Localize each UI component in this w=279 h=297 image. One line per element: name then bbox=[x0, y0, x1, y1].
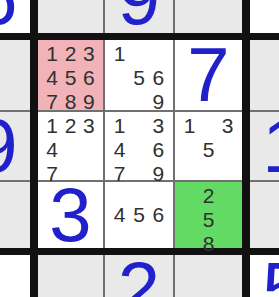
cell-r4c2[interactable]: 2 bbox=[105, 255, 173, 297]
pencil-marks: 258 bbox=[175, 182, 242, 248]
candidate-9: 9 bbox=[149, 90, 168, 114]
candidate-8: 8 bbox=[61, 90, 79, 114]
pencil-marks: 1569 bbox=[105, 40, 173, 110]
cell-r4c4[interactable]: 5 bbox=[250, 255, 279, 297]
candidate-5: 5 bbox=[129, 203, 148, 227]
cell-r3c0[interactable] bbox=[0, 182, 30, 248]
cell-r2c2[interactable]: 134679 bbox=[105, 112, 173, 180]
candidate-7: 7 bbox=[43, 90, 61, 114]
cell-value-digit: 6 bbox=[0, 0, 18, 33]
cell-r2c3[interactable]: 135 bbox=[175, 112, 242, 180]
candidate-4: 4 bbox=[43, 138, 61, 162]
cell-value-digit: 5 bbox=[262, 254, 279, 297]
pencil-marks: 135 bbox=[175, 112, 242, 180]
candidate-5: 5 bbox=[129, 66, 148, 90]
pencil-marks: 134679 bbox=[105, 112, 173, 180]
cell-r2c4[interactable]: 1 bbox=[250, 112, 279, 180]
candidate-1: 1 bbox=[43, 42, 61, 66]
cell-r4c3[interactable] bbox=[175, 255, 242, 297]
candidate-6: 6 bbox=[149, 66, 168, 90]
cell-r2c0[interactable]: 9 bbox=[0, 112, 30, 180]
cell-value-digit: 7 bbox=[187, 40, 229, 110]
cell-r1c2[interactable]: 1569 bbox=[105, 40, 173, 110]
cell-r0c4[interactable] bbox=[250, 0, 279, 33]
pencil-marks: 12347 bbox=[38, 112, 103, 180]
cell-r3c1[interactable]: 3 bbox=[38, 182, 103, 248]
candidate-5: 5 bbox=[61, 66, 79, 90]
candidate-2: 2 bbox=[199, 184, 218, 208]
candidate-6: 6 bbox=[149, 138, 168, 162]
cell-r1c0[interactable] bbox=[0, 40, 30, 110]
cell-r3c4[interactable] bbox=[250, 182, 279, 248]
candidate-2: 2 bbox=[61, 114, 79, 138]
candidate-3: 3 bbox=[218, 114, 237, 138]
cell-value-digit: 3 bbox=[49, 180, 91, 250]
candidate-4: 4 bbox=[43, 66, 61, 90]
candidate-8: 8 bbox=[199, 232, 218, 256]
cell-r0c2[interactable]: 9 bbox=[105, 0, 173, 33]
cell-r1c4[interactable] bbox=[250, 40, 279, 110]
cell-r0c3[interactable] bbox=[175, 0, 242, 33]
cell-value-digit: 2 bbox=[118, 254, 160, 297]
pencil-marks: 456 bbox=[105, 182, 173, 248]
cell-r2c1[interactable]: 12347 bbox=[38, 112, 103, 180]
cell-r0c0[interactable]: 6 bbox=[0, 0, 30, 33]
candidate-9: 9 bbox=[80, 90, 98, 114]
cell-value-digit: 9 bbox=[0, 111, 18, 181]
cell-value-digit: 9 bbox=[118, 0, 160, 33]
candidate-4: 4 bbox=[110, 138, 129, 162]
candidate-3: 3 bbox=[80, 42, 98, 66]
cell-r1c3[interactable]: 7 bbox=[175, 40, 242, 110]
candidate-4: 4 bbox=[110, 203, 129, 227]
candidate-3: 3 bbox=[149, 114, 168, 138]
candidate-2: 2 bbox=[61, 42, 79, 66]
candidate-3: 3 bbox=[80, 114, 98, 138]
cell-r3c2[interactable]: 456 bbox=[105, 182, 173, 248]
candidate-1: 1 bbox=[180, 114, 199, 138]
cell-r1c1[interactable]: 123456789 bbox=[38, 40, 103, 110]
cell-r4c0[interactable] bbox=[0, 255, 30, 297]
cell-r4c1[interactable] bbox=[38, 255, 103, 297]
candidate-6: 6 bbox=[149, 203, 168, 227]
candidate-1: 1 bbox=[43, 114, 61, 138]
cell-value-digit: 1 bbox=[262, 111, 279, 181]
cell-r3c3[interactable]: 258 bbox=[175, 182, 242, 248]
pencil-marks: 123456789 bbox=[38, 40, 103, 110]
candidate-5: 5 bbox=[199, 138, 218, 162]
sudoku-board: 6912345678915697912347134679135134562582… bbox=[0, 0, 279, 297]
candidate-1: 1 bbox=[110, 42, 129, 66]
cell-r0c1[interactable] bbox=[38, 0, 103, 33]
candidate-6: 6 bbox=[80, 66, 98, 90]
candidate-5: 5 bbox=[199, 208, 218, 232]
candidate-1: 1 bbox=[110, 114, 129, 138]
